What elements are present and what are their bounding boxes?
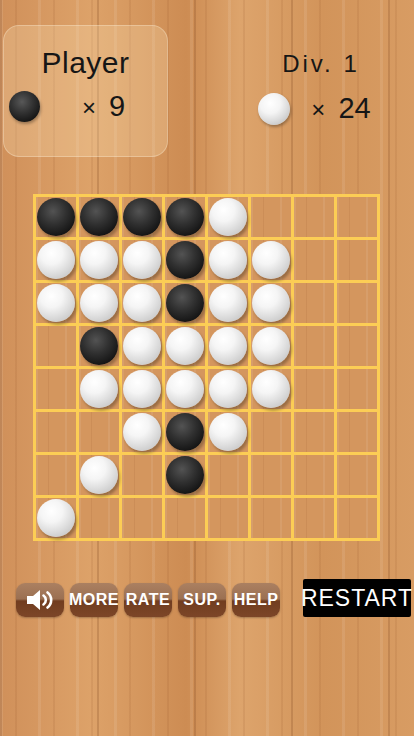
cell-b6[interactable] <box>79 412 119 452</box>
white-stone <box>209 327 247 365</box>
cell-e5[interactable] <box>208 369 248 409</box>
cell-b4[interactable] <box>79 326 119 366</box>
cell-a4[interactable] <box>36 326 76 366</box>
black-stone <box>166 241 204 279</box>
cell-c8[interactable] <box>122 498 162 538</box>
cell-a7[interactable] <box>36 455 76 495</box>
board-grid <box>33 194 380 541</box>
cell-g8[interactable] <box>294 498 334 538</box>
white-stone <box>252 241 290 279</box>
white-stone <box>166 370 204 408</box>
cell-e6[interactable] <box>208 412 248 452</box>
cell-b8[interactable] <box>79 498 119 538</box>
black-multiply-sign: × <box>82 94 96 121</box>
black-stone <box>80 198 118 236</box>
cell-f1[interactable] <box>251 197 291 237</box>
cell-c1[interactable] <box>122 197 162 237</box>
cell-d3[interactable] <box>165 283 205 323</box>
cell-h7[interactable] <box>337 455 377 495</box>
cell-h2[interactable] <box>337 240 377 280</box>
cell-b3[interactable] <box>79 283 119 323</box>
white-stone <box>37 241 75 279</box>
black-stone <box>166 284 204 322</box>
cell-b2[interactable] <box>79 240 119 280</box>
white-stone <box>209 370 247 408</box>
cell-e1[interactable] <box>208 197 248 237</box>
player-name: Player <box>4 46 167 80</box>
white-stone <box>80 241 118 279</box>
cell-d5[interactable] <box>165 369 205 409</box>
black-stone <box>166 456 204 494</box>
white-stone <box>123 327 161 365</box>
black-stone <box>80 327 118 365</box>
white-score-row: ×24 <box>250 92 392 125</box>
cell-e3[interactable] <box>208 283 248 323</box>
cell-g3[interactable] <box>294 283 334 323</box>
white-stone <box>209 198 247 236</box>
cell-d6[interactable] <box>165 412 205 452</box>
white-stone <box>80 456 118 494</box>
cell-d1[interactable] <box>165 197 205 237</box>
cell-a6[interactable] <box>36 412 76 452</box>
white-stone <box>123 370 161 408</box>
black-stone <box>123 198 161 236</box>
cell-d2[interactable] <box>165 240 205 280</box>
speaker-on-icon <box>25 588 55 612</box>
cell-f5[interactable] <box>251 369 291 409</box>
app: Player ×9 Div. 1 ×24 <box>0 0 414 736</box>
cell-f7[interactable] <box>251 455 291 495</box>
black-stone <box>166 413 204 451</box>
cell-d7[interactable] <box>165 455 205 495</box>
black-count: 9 <box>109 90 125 122</box>
white-count: 24 <box>338 92 370 124</box>
cell-e8[interactable] <box>208 498 248 538</box>
cell-c7[interactable] <box>122 455 162 495</box>
cell-h5[interactable] <box>337 369 377 409</box>
white-stone <box>123 413 161 451</box>
opponent-panel: Div. 1 ×24 <box>250 50 392 125</box>
white-multiply-sign: × <box>311 96 325 123</box>
white-stone <box>209 413 247 451</box>
cell-d4[interactable] <box>165 326 205 366</box>
white-stone <box>252 327 290 365</box>
cell-f8[interactable] <box>251 498 291 538</box>
black-score: ×9 <box>40 90 167 123</box>
cell-h1[interactable] <box>337 197 377 237</box>
white-stone <box>123 284 161 322</box>
white-stone <box>252 284 290 322</box>
cell-c5[interactable] <box>122 369 162 409</box>
white-stone <box>252 370 290 408</box>
rate-button[interactable]: RATE <box>124 583 172 617</box>
cell-g6[interactable] <box>294 412 334 452</box>
cell-g1[interactable] <box>294 197 334 237</box>
black-stone-icon <box>9 91 40 122</box>
white-stone <box>37 284 75 322</box>
cell-c2[interactable] <box>122 240 162 280</box>
cell-a8[interactable] <box>36 498 76 538</box>
cell-a1[interactable] <box>36 197 76 237</box>
toolbar: MORE RATE SUP. HELP <box>16 583 280 617</box>
cell-e7[interactable] <box>208 455 248 495</box>
cell-c6[interactable] <box>122 412 162 452</box>
cell-h3[interactable] <box>337 283 377 323</box>
cell-g5[interactable] <box>294 369 334 409</box>
opponent-name: Div. 1 <box>250 50 392 78</box>
cell-g7[interactable] <box>294 455 334 495</box>
more-button[interactable]: MORE <box>70 583 118 617</box>
cell-a5[interactable] <box>36 369 76 409</box>
help-button[interactable]: HELP <box>232 583 280 617</box>
white-score: ×24 <box>290 92 392 125</box>
black-score-row: ×9 <box>4 90 167 123</box>
cell-e2[interactable] <box>208 240 248 280</box>
black-stone <box>37 198 75 236</box>
cell-h4[interactable] <box>337 326 377 366</box>
cell-b7[interactable] <box>79 455 119 495</box>
white-stone <box>80 284 118 322</box>
cell-g2[interactable] <box>294 240 334 280</box>
white-stone <box>80 370 118 408</box>
cell-d8[interactable] <box>165 498 205 538</box>
white-stone <box>37 499 75 537</box>
cell-f2[interactable] <box>251 240 291 280</box>
cell-b1[interactable] <box>79 197 119 237</box>
cell-b5[interactable] <box>79 369 119 409</box>
player-panel: Player ×9 <box>3 25 168 157</box>
cell-f3[interactable] <box>251 283 291 323</box>
cell-c4[interactable] <box>122 326 162 366</box>
sound-button[interactable] <box>16 583 64 617</box>
restart-button[interactable]: RESTART <box>303 579 411 617</box>
white-stone <box>209 241 247 279</box>
white-stone <box>123 241 161 279</box>
white-stone <box>209 284 247 322</box>
sup-button[interactable]: SUP. <box>178 583 226 617</box>
cell-c3[interactable] <box>122 283 162 323</box>
cell-e4[interactable] <box>208 326 248 366</box>
white-stone <box>166 327 204 365</box>
cell-f4[interactable] <box>251 326 291 366</box>
cell-g4[interactable] <box>294 326 334 366</box>
cell-h6[interactable] <box>337 412 377 452</box>
cell-f6[interactable] <box>251 412 291 452</box>
white-stone-icon <box>258 93 290 125</box>
cell-h8[interactable] <box>337 498 377 538</box>
cell-a2[interactable] <box>36 240 76 280</box>
cell-a3[interactable] <box>36 283 76 323</box>
black-stone <box>166 198 204 236</box>
